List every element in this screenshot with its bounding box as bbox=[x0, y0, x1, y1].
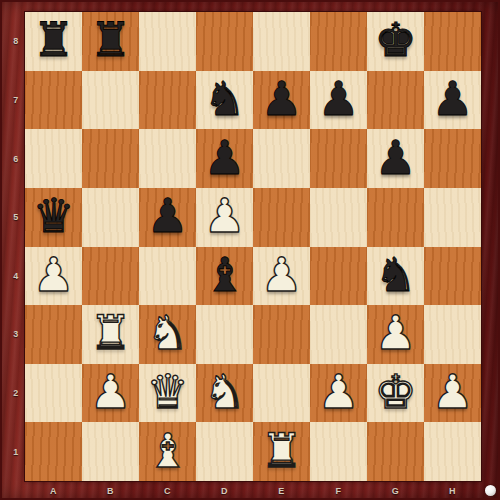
square-f8[interactable] bbox=[310, 12, 367, 71]
square-d6[interactable]: ♟ bbox=[196, 129, 253, 188]
square-d8[interactable] bbox=[196, 12, 253, 71]
square-c6[interactable] bbox=[139, 129, 196, 188]
square-h8[interactable] bbox=[424, 12, 481, 71]
square-d4[interactable]: ♝ bbox=[196, 247, 253, 306]
black-pawn[interactable]: ♟ bbox=[203, 134, 245, 184]
square-g5[interactable] bbox=[367, 188, 424, 247]
square-e8[interactable] bbox=[253, 12, 310, 71]
square-a1[interactable] bbox=[25, 422, 82, 481]
rank-label-4: 4 bbox=[0, 247, 25, 306]
square-c1[interactable]: ♝ bbox=[139, 422, 196, 481]
white-pawn[interactable]: ♟ bbox=[317, 368, 359, 418]
file-coordinates: ABCDEFGH bbox=[25, 481, 481, 500]
white-knight[interactable]: ♞ bbox=[146, 309, 188, 359]
square-a2[interactable] bbox=[25, 364, 82, 423]
black-rook[interactable]: ♜ bbox=[89, 16, 131, 66]
square-g7[interactable] bbox=[367, 71, 424, 130]
white-pawn[interactable]: ♟ bbox=[32, 251, 74, 301]
square-b4[interactable] bbox=[82, 247, 139, 306]
white-pawn[interactable]: ♟ bbox=[89, 368, 131, 418]
white-pawn[interactable]: ♟ bbox=[374, 309, 416, 359]
square-a7[interactable] bbox=[25, 71, 82, 130]
file-label-d: D bbox=[196, 481, 253, 500]
square-d7[interactable]: ♞ bbox=[196, 71, 253, 130]
square-h5[interactable] bbox=[424, 188, 481, 247]
square-b7[interactable] bbox=[82, 71, 139, 130]
square-a4[interactable]: ♟ bbox=[25, 247, 82, 306]
square-g3[interactable]: ♟ bbox=[367, 305, 424, 364]
square-g6[interactable]: ♟ bbox=[367, 129, 424, 188]
white-knight[interactable]: ♞ bbox=[203, 368, 245, 418]
square-e7[interactable]: ♟ bbox=[253, 71, 310, 130]
black-pawn[interactable]: ♟ bbox=[317, 75, 359, 125]
square-h7[interactable]: ♟ bbox=[424, 71, 481, 130]
black-pawn[interactable]: ♟ bbox=[260, 75, 302, 125]
square-d2[interactable]: ♞ bbox=[196, 364, 253, 423]
white-pawn[interactable]: ♟ bbox=[431, 368, 473, 418]
black-pawn[interactable]: ♟ bbox=[146, 192, 188, 242]
file-label-e: E bbox=[253, 481, 310, 500]
rank-label-3: 3 bbox=[0, 305, 25, 364]
square-g1[interactable] bbox=[367, 422, 424, 481]
square-h3[interactable] bbox=[424, 305, 481, 364]
square-b1[interactable] bbox=[82, 422, 139, 481]
square-c2[interactable]: ♛ bbox=[139, 364, 196, 423]
black-rook[interactable]: ♜ bbox=[32, 16, 74, 66]
square-f2[interactable]: ♟ bbox=[310, 364, 367, 423]
chess-board-frame: 87654321 ABCDEFGH ♜♜♚♞♟♟♟♟♟♛♟♟♟♝♟♞♜♞♟♟♛♞… bbox=[0, 0, 500, 500]
square-g4[interactable]: ♞ bbox=[367, 247, 424, 306]
square-f3[interactable] bbox=[310, 305, 367, 364]
square-g2[interactable]: ♚ bbox=[367, 364, 424, 423]
rank-label-8: 8 bbox=[0, 12, 25, 71]
square-d5[interactable]: ♟ bbox=[196, 188, 253, 247]
file-label-a: A bbox=[25, 481, 82, 500]
square-d3[interactable] bbox=[196, 305, 253, 364]
square-h2[interactable]: ♟ bbox=[424, 364, 481, 423]
square-f4[interactable] bbox=[310, 247, 367, 306]
black-queen[interactable]: ♛ bbox=[32, 192, 74, 242]
white-king[interactable]: ♚ bbox=[374, 368, 416, 418]
black-knight[interactable]: ♞ bbox=[374, 251, 416, 301]
square-g8[interactable]: ♚ bbox=[367, 12, 424, 71]
square-f7[interactable]: ♟ bbox=[310, 71, 367, 130]
white-bishop[interactable]: ♝ bbox=[146, 427, 188, 477]
square-c4[interactable] bbox=[139, 247, 196, 306]
white-rook[interactable]: ♜ bbox=[89, 309, 131, 359]
square-f1[interactable] bbox=[310, 422, 367, 481]
black-bishop[interactable]: ♝ bbox=[203, 251, 245, 301]
square-b8[interactable]: ♜ bbox=[82, 12, 139, 71]
black-king[interactable]: ♚ bbox=[374, 16, 416, 66]
rank-label-7: 7 bbox=[0, 71, 25, 130]
file-label-b: B bbox=[82, 481, 139, 500]
file-label-g: G bbox=[367, 481, 424, 500]
square-b3[interactable]: ♜ bbox=[82, 305, 139, 364]
square-f6[interactable] bbox=[310, 129, 367, 188]
black-pawn[interactable]: ♟ bbox=[431, 75, 473, 125]
file-label-f: F bbox=[310, 481, 367, 500]
square-e4[interactable]: ♟ bbox=[253, 247, 310, 306]
white-queen[interactable]: ♛ bbox=[146, 368, 188, 418]
rank-coordinates: 87654321 bbox=[0, 12, 25, 481]
square-f5[interactable] bbox=[310, 188, 367, 247]
black-pawn[interactable]: ♟ bbox=[374, 134, 416, 184]
black-knight[interactable]: ♞ bbox=[203, 75, 245, 125]
white-rook[interactable]: ♜ bbox=[260, 427, 302, 477]
square-e2[interactable] bbox=[253, 364, 310, 423]
file-label-h: H bbox=[424, 481, 481, 500]
rank-label-1: 1 bbox=[0, 422, 25, 481]
square-h4[interactable] bbox=[424, 247, 481, 306]
square-e1[interactable]: ♜ bbox=[253, 422, 310, 481]
square-b6[interactable] bbox=[82, 129, 139, 188]
square-a5[interactable]: ♛ bbox=[25, 188, 82, 247]
square-e6[interactable] bbox=[253, 129, 310, 188]
square-e5[interactable] bbox=[253, 188, 310, 247]
white-pawn[interactable]: ♟ bbox=[203, 192, 245, 242]
square-c8[interactable] bbox=[139, 12, 196, 71]
rank-label-5: 5 bbox=[0, 188, 25, 247]
rank-label-6: 6 bbox=[0, 129, 25, 188]
square-e3[interactable] bbox=[253, 305, 310, 364]
square-a6[interactable] bbox=[25, 129, 82, 188]
square-c5[interactable]: ♟ bbox=[139, 188, 196, 247]
square-d1[interactable] bbox=[196, 422, 253, 481]
square-c7[interactable] bbox=[139, 71, 196, 130]
square-c3[interactable]: ♞ bbox=[139, 305, 196, 364]
file-label-c: C bbox=[139, 481, 196, 500]
square-a3[interactable] bbox=[25, 305, 82, 364]
square-a8[interactable]: ♜ bbox=[25, 12, 82, 71]
white-pawn[interactable]: ♟ bbox=[260, 251, 302, 301]
square-h6[interactable] bbox=[424, 129, 481, 188]
square-h1[interactable] bbox=[424, 422, 481, 481]
square-b2[interactable]: ♟ bbox=[82, 364, 139, 423]
rank-label-2: 2 bbox=[0, 364, 25, 423]
square-b5[interactable] bbox=[82, 188, 139, 247]
white-to-move-indicator bbox=[485, 485, 496, 496]
board: ♜♜♚♞♟♟♟♟♟♛♟♟♟♝♟♞♜♞♟♟♛♞♟♚♟♝♜ bbox=[25, 12, 481, 481]
